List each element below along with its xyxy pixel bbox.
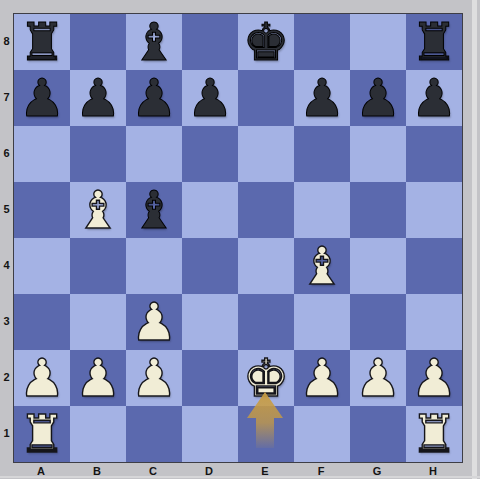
square-b5[interactable]: ♝ bbox=[70, 182, 126, 238]
square-h4[interactable] bbox=[406, 238, 462, 294]
white-rook[interactable]: ♜ bbox=[411, 406, 458, 462]
square-d1[interactable] bbox=[182, 406, 238, 462]
square-d4[interactable] bbox=[182, 238, 238, 294]
white-king[interactable]: ♚ bbox=[243, 350, 290, 406]
file-label-D: D bbox=[181, 463, 237, 479]
square-a1[interactable]: ♜ bbox=[14, 406, 70, 462]
square-a5[interactable] bbox=[14, 182, 70, 238]
white-rook[interactable]: ♜ bbox=[19, 406, 66, 462]
square-b4[interactable] bbox=[70, 238, 126, 294]
rank-label-7: 7 bbox=[0, 69, 13, 125]
square-g4[interactable] bbox=[350, 238, 406, 294]
square-b8[interactable] bbox=[70, 14, 126, 70]
rank-label-2: 2 bbox=[0, 349, 13, 405]
square-c5[interactable]: ♝ bbox=[126, 182, 182, 238]
square-f2[interactable]: ♟ bbox=[294, 350, 350, 406]
chess-board-frame: ♜♝♚♜♟♟♟♟♟♟♟♝♝♝♟♟♟♟♚♟♟♟♜♜ 87654321 ABCDEF… bbox=[0, 0, 480, 479]
square-c8[interactable]: ♝ bbox=[126, 14, 182, 70]
white-pawn[interactable]: ♟ bbox=[19, 350, 66, 406]
black-pawn[interactable]: ♟ bbox=[131, 70, 178, 126]
square-e3[interactable] bbox=[238, 294, 294, 350]
square-f3[interactable] bbox=[294, 294, 350, 350]
square-d8[interactable] bbox=[182, 14, 238, 70]
white-pawn[interactable]: ♟ bbox=[131, 350, 178, 406]
white-bishop[interactable]: ♝ bbox=[299, 238, 346, 294]
black-rook[interactable]: ♜ bbox=[411, 14, 458, 70]
square-c1[interactable] bbox=[126, 406, 182, 462]
square-a8[interactable]: ♜ bbox=[14, 14, 70, 70]
square-d5[interactable] bbox=[182, 182, 238, 238]
file-label-C: C bbox=[125, 463, 181, 479]
rank-label-5: 5 bbox=[0, 181, 13, 237]
square-e2[interactable]: ♚ bbox=[238, 350, 294, 406]
rank-label-4: 4 bbox=[0, 237, 13, 293]
white-bishop[interactable]: ♝ bbox=[75, 182, 122, 238]
black-pawn[interactable]: ♟ bbox=[19, 70, 66, 126]
square-g3[interactable] bbox=[350, 294, 406, 350]
square-a2[interactable]: ♟ bbox=[14, 350, 70, 406]
frame-bevel-right bbox=[472, 0, 477, 479]
square-c6[interactable] bbox=[126, 126, 182, 182]
rank-label-6: 6 bbox=[0, 125, 13, 181]
file-label-H: H bbox=[405, 463, 461, 479]
square-d3[interactable] bbox=[182, 294, 238, 350]
square-b2[interactable]: ♟ bbox=[70, 350, 126, 406]
black-rook[interactable]: ♜ bbox=[19, 14, 66, 70]
black-pawn[interactable]: ♟ bbox=[355, 70, 402, 126]
square-c3[interactable]: ♟ bbox=[126, 294, 182, 350]
square-a4[interactable] bbox=[14, 238, 70, 294]
square-e8[interactable]: ♚ bbox=[238, 14, 294, 70]
square-d2[interactable] bbox=[182, 350, 238, 406]
square-d6[interactable] bbox=[182, 126, 238, 182]
square-c2[interactable]: ♟ bbox=[126, 350, 182, 406]
file-label-G: G bbox=[349, 463, 405, 479]
square-f1[interactable] bbox=[294, 406, 350, 462]
square-b6[interactable] bbox=[70, 126, 126, 182]
square-h7[interactable]: ♟ bbox=[406, 70, 462, 126]
square-f8[interactable] bbox=[294, 14, 350, 70]
square-e5[interactable] bbox=[238, 182, 294, 238]
board: ♜♝♚♜♟♟♟♟♟♟♟♝♝♝♟♟♟♟♚♟♟♟♜♜ bbox=[13, 13, 463, 463]
square-e6[interactable] bbox=[238, 126, 294, 182]
white-pawn[interactable]: ♟ bbox=[131, 294, 178, 350]
square-e7[interactable] bbox=[238, 70, 294, 126]
white-pawn[interactable]: ♟ bbox=[355, 350, 402, 406]
square-b1[interactable] bbox=[70, 406, 126, 462]
black-bishop[interactable]: ♝ bbox=[131, 182, 178, 238]
file-label-B: B bbox=[69, 463, 125, 479]
square-f5[interactable] bbox=[294, 182, 350, 238]
square-d7[interactable]: ♟ bbox=[182, 70, 238, 126]
rank-label-1: 1 bbox=[0, 405, 13, 461]
square-a7[interactable]: ♟ bbox=[14, 70, 70, 126]
white-pawn[interactable]: ♟ bbox=[299, 350, 346, 406]
black-king[interactable]: ♚ bbox=[243, 14, 290, 70]
square-f4[interactable]: ♝ bbox=[294, 238, 350, 294]
black-pawn[interactable]: ♟ bbox=[411, 70, 458, 126]
square-c7[interactable]: ♟ bbox=[126, 70, 182, 126]
square-f7[interactable]: ♟ bbox=[294, 70, 350, 126]
square-f6[interactable] bbox=[294, 126, 350, 182]
square-g6[interactable] bbox=[350, 126, 406, 182]
black-pawn[interactable]: ♟ bbox=[187, 70, 234, 126]
square-g8[interactable] bbox=[350, 14, 406, 70]
square-h2[interactable]: ♟ bbox=[406, 350, 462, 406]
square-g2[interactable]: ♟ bbox=[350, 350, 406, 406]
square-b7[interactable]: ♟ bbox=[70, 70, 126, 126]
square-g7[interactable]: ♟ bbox=[350, 70, 406, 126]
square-a3[interactable] bbox=[14, 294, 70, 350]
rank-label-8: 8 bbox=[0, 13, 13, 69]
square-h8[interactable]: ♜ bbox=[406, 14, 462, 70]
square-c4[interactable] bbox=[126, 238, 182, 294]
white-pawn[interactable]: ♟ bbox=[75, 350, 122, 406]
square-g5[interactable] bbox=[350, 182, 406, 238]
square-h1[interactable]: ♜ bbox=[406, 406, 462, 462]
file-label-E: E bbox=[237, 463, 293, 479]
white-pawn[interactable]: ♟ bbox=[411, 350, 458, 406]
square-h3[interactable] bbox=[406, 294, 462, 350]
square-g1[interactable] bbox=[350, 406, 406, 462]
square-h5[interactable] bbox=[406, 182, 462, 238]
square-e4[interactable] bbox=[238, 238, 294, 294]
square-h6[interactable] bbox=[406, 126, 462, 182]
square-e1[interactable] bbox=[238, 406, 294, 462]
black-pawn[interactable]: ♟ bbox=[299, 70, 346, 126]
file-label-A: A bbox=[13, 463, 69, 479]
file-label-F: F bbox=[293, 463, 349, 479]
square-b3[interactable] bbox=[70, 294, 126, 350]
black-bishop[interactable]: ♝ bbox=[131, 14, 178, 70]
black-pawn[interactable]: ♟ bbox=[75, 70, 122, 126]
square-a6[interactable] bbox=[14, 126, 70, 182]
rank-label-3: 3 bbox=[0, 293, 13, 349]
